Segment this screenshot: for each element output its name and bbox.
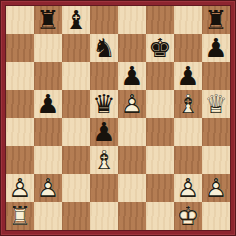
square-e3[interactable] <box>118 146 146 174</box>
square-h1[interactable] <box>202 202 230 230</box>
square-h5[interactable]: ♛♕ <box>202 90 230 118</box>
square-g1[interactable]: ♚♔ <box>174 202 202 230</box>
square-c3[interactable] <box>62 146 90 174</box>
white-rook-piece: ♜♖ <box>6 202 34 230</box>
square-f4[interactable] <box>146 118 174 146</box>
square-f7[interactable]: ♚ <box>146 34 174 62</box>
square-e6[interactable]: ♟ <box>118 62 146 90</box>
white-king-piece: ♚♔ <box>174 202 202 230</box>
square-c8[interactable]: ♝ <box>62 6 90 34</box>
square-d7[interactable]: ♞ <box>90 34 118 62</box>
square-b1[interactable] <box>34 202 62 230</box>
square-h4[interactable] <box>202 118 230 146</box>
square-d6[interactable] <box>90 62 118 90</box>
square-a2[interactable]: ♟♙ <box>6 174 34 202</box>
white-pawn-piece: ♟♙ <box>34 174 62 202</box>
square-e1[interactable] <box>118 202 146 230</box>
square-a5[interactable] <box>6 90 34 118</box>
black-rook-piece: ♜ <box>202 6 230 34</box>
black-knight-piece: ♞ <box>90 34 118 62</box>
square-f8[interactable] <box>146 6 174 34</box>
square-f5[interactable] <box>146 90 174 118</box>
black-king-piece: ♚ <box>146 34 174 62</box>
square-f1[interactable] <box>146 202 174 230</box>
square-g3[interactable] <box>174 146 202 174</box>
square-d8[interactable] <box>90 6 118 34</box>
square-b2[interactable]: ♟♙ <box>34 174 62 202</box>
square-f3[interactable] <box>146 146 174 174</box>
square-a8[interactable] <box>6 6 34 34</box>
square-g8[interactable] <box>174 6 202 34</box>
square-b3[interactable] <box>34 146 62 174</box>
square-f6[interactable] <box>146 62 174 90</box>
white-pawn-piece: ♟♙ <box>6 174 34 202</box>
square-e5[interactable]: ♟♙ <box>118 90 146 118</box>
square-e7[interactable] <box>118 34 146 62</box>
square-a3[interactable] <box>6 146 34 174</box>
square-d1[interactable] <box>90 202 118 230</box>
black-pawn-piece: ♟ <box>118 62 146 90</box>
square-g6[interactable]: ♟ <box>174 62 202 90</box>
black-rook-piece: ♜ <box>34 6 62 34</box>
square-g5[interactable]: ♝♗ <box>174 90 202 118</box>
square-d4[interactable]: ♟ <box>90 118 118 146</box>
square-f2[interactable] <box>146 174 174 202</box>
white-pawn-piece: ♟♙ <box>118 90 146 118</box>
square-e8[interactable] <box>118 6 146 34</box>
square-g2[interactable]: ♟♙ <box>174 174 202 202</box>
black-queen-piece: ♛ <box>90 90 118 118</box>
black-pawn-piece: ♟ <box>202 34 230 62</box>
square-b7[interactable] <box>34 34 62 62</box>
square-h6[interactable] <box>202 62 230 90</box>
square-b6[interactable] <box>34 62 62 90</box>
black-pawn-piece: ♟ <box>90 118 118 146</box>
square-h3[interactable] <box>202 146 230 174</box>
square-e4[interactable] <box>118 118 146 146</box>
square-e2[interactable] <box>118 174 146 202</box>
square-d5[interactable]: ♛ <box>90 90 118 118</box>
square-a6[interactable] <box>6 62 34 90</box>
chess-board: ♜♝♜♞♚♟♟♟♟♛♟♙♝♗♛♕♟♝♗♟♙♟♙♟♙♟♙♜♖♚♔ <box>6 6 230 230</box>
square-h7[interactable]: ♟ <box>202 34 230 62</box>
square-c5[interactable] <box>62 90 90 118</box>
white-bishop-piece: ♝♗ <box>174 90 202 118</box>
black-bishop-piece: ♝ <box>62 6 90 34</box>
white-bishop-piece: ♝♗ <box>90 146 118 174</box>
white-pawn-piece: ♟♙ <box>202 174 230 202</box>
square-h8[interactable]: ♜ <box>202 6 230 34</box>
black-pawn-piece: ♟ <box>34 90 62 118</box>
square-h2[interactable]: ♟♙ <box>202 174 230 202</box>
square-c6[interactable] <box>62 62 90 90</box>
square-d2[interactable] <box>90 174 118 202</box>
square-c7[interactable] <box>62 34 90 62</box>
square-c2[interactable] <box>62 174 90 202</box>
square-a1[interactable]: ♜♖ <box>6 202 34 230</box>
square-b8[interactable]: ♜ <box>34 6 62 34</box>
square-b5[interactable]: ♟ <box>34 90 62 118</box>
square-c4[interactable] <box>62 118 90 146</box>
square-b4[interactable] <box>34 118 62 146</box>
board-frame: ♜♝♜♞♚♟♟♟♟♛♟♙♝♗♛♕♟♝♗♟♙♟♙♟♙♟♙♜♖♚♔ <box>0 0 236 236</box>
black-pawn-piece: ♟ <box>174 62 202 90</box>
white-queen-piece: ♛♕ <box>202 90 230 118</box>
square-a4[interactable] <box>6 118 34 146</box>
square-d3[interactable]: ♝♗ <box>90 146 118 174</box>
square-g7[interactable] <box>174 34 202 62</box>
white-pawn-piece: ♟♙ <box>174 174 202 202</box>
square-c1[interactable] <box>62 202 90 230</box>
square-a7[interactable] <box>6 34 34 62</box>
square-g4[interactable] <box>174 118 202 146</box>
